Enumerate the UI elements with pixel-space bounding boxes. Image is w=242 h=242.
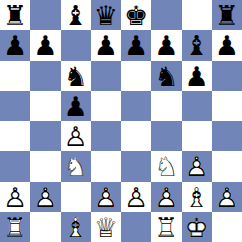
- black-king-glyph: ♚: [121, 0, 151, 30]
- square-g8[interactable]: [182, 0, 212, 30]
- black-pawn-glyph: ♟: [151, 30, 181, 60]
- square-h1[interactable]: [212, 212, 242, 242]
- square-a6[interactable]: [0, 61, 30, 91]
- white-knight-outline: ♘: [61, 151, 91, 181]
- black-pawn-glyph: ♟: [30, 30, 60, 60]
- white-rook-outline: ♖: [151, 212, 181, 242]
- square-d2[interactable]: ♟♙: [91, 182, 121, 212]
- square-e8[interactable]: ♚: [121, 0, 151, 30]
- white-queen[interactable]: ♛♕: [91, 212, 121, 242]
- square-f5[interactable]: [151, 91, 181, 121]
- white-pawn-outline: ♙: [30, 182, 60, 212]
- square-d1[interactable]: ♛♕: [91, 212, 121, 242]
- square-a3[interactable]: [0, 151, 30, 181]
- white-pawn[interactable]: ♟♙: [91, 182, 121, 212]
- square-e5[interactable]: [121, 91, 151, 121]
- square-h5[interactable]: [212, 91, 242, 121]
- square-b2[interactable]: ♟♙: [30, 182, 60, 212]
- white-knight[interactable]: ♞♘: [61, 151, 91, 181]
- white-pawn[interactable]: ♟♙: [151, 182, 181, 212]
- square-b4[interactable]: [30, 121, 60, 151]
- square-g4[interactable]: [182, 121, 212, 151]
- white-pawn-outline: ♙: [151, 182, 181, 212]
- square-f1[interactable]: ♜♖: [151, 212, 181, 242]
- black-knight-glyph: ♞: [61, 61, 91, 91]
- square-c8[interactable]: ♝: [61, 0, 91, 30]
- white-queen-outline: ♕: [91, 212, 121, 242]
- black-pawn-glyph: ♟: [182, 61, 212, 91]
- black-knight[interactable]: ♞: [61, 61, 91, 91]
- square-f7[interactable]: ♟: [151, 30, 181, 60]
- white-knight-outline: ♘: [151, 151, 181, 181]
- black-pawn[interactable]: ♟: [212, 30, 242, 60]
- square-c3[interactable]: ♞♘: [61, 151, 91, 181]
- white-bishop[interactable]: ♝♗: [182, 182, 212, 212]
- white-knight[interactable]: ♞♘: [151, 151, 181, 181]
- white-pawn-outline: ♙: [61, 121, 91, 151]
- black-pawn-glyph: ♟: [0, 30, 30, 60]
- square-d7[interactable]: ♟: [91, 30, 121, 60]
- white-pawn[interactable]: ♟♙: [30, 182, 60, 212]
- square-g6[interactable]: ♟: [182, 61, 212, 91]
- square-d6[interactable]: [91, 61, 121, 91]
- black-pawn[interactable]: ♟: [30, 30, 60, 60]
- square-e7[interactable]: ♟: [121, 30, 151, 60]
- white-pawn[interactable]: ♟♙: [121, 182, 151, 212]
- square-e1[interactable]: [121, 212, 151, 242]
- square-c5[interactable]: ♟: [61, 91, 91, 121]
- square-d3[interactable]: [91, 151, 121, 181]
- square-f4[interactable]: [151, 121, 181, 151]
- square-b6[interactable]: [30, 61, 60, 91]
- square-b3[interactable]: [30, 151, 60, 181]
- square-e6[interactable]: [121, 61, 151, 91]
- black-rook[interactable]: ♜: [212, 0, 242, 30]
- square-h6[interactable]: [212, 61, 242, 91]
- square-b1[interactable]: [30, 212, 60, 242]
- square-a5[interactable]: [0, 91, 30, 121]
- white-rook[interactable]: ♜♖: [0, 212, 30, 242]
- square-f3[interactable]: ♞♘: [151, 151, 181, 181]
- white-pawn-outline: ♙: [0, 182, 30, 212]
- square-e3[interactable]: [121, 151, 151, 181]
- black-pawn[interactable]: ♟: [151, 30, 181, 60]
- black-king[interactable]: ♚: [121, 0, 151, 30]
- black-rook-glyph: ♜: [212, 0, 242, 30]
- white-pawn[interactable]: ♟♙: [212, 182, 242, 212]
- square-b7[interactable]: ♟: [30, 30, 60, 60]
- square-c4[interactable]: ♟♙: [61, 121, 91, 151]
- black-pawn-glyph: ♟: [61, 91, 91, 121]
- white-pawn[interactable]: ♟♙: [182, 151, 212, 181]
- black-bishop-glyph: ♝: [182, 30, 212, 60]
- black-knight-glyph: ♞: [151, 61, 181, 91]
- white-rook-outline: ♖: [0, 212, 30, 242]
- square-c1[interactable]: ♝♗: [61, 212, 91, 242]
- square-g1[interactable]: ♚♔: [182, 212, 212, 242]
- square-a7[interactable]: ♟: [0, 30, 30, 60]
- white-pawn-outline: ♙: [121, 182, 151, 212]
- black-queen-glyph: ♛: [91, 0, 121, 30]
- square-c2[interactable]: [61, 182, 91, 212]
- square-h8[interactable]: ♜: [212, 0, 242, 30]
- square-g7[interactable]: ♝: [182, 30, 212, 60]
- square-d8[interactable]: ♛: [91, 0, 121, 30]
- white-king-outline: ♔: [182, 212, 212, 242]
- black-rook-glyph: ♜: [0, 0, 30, 30]
- white-pawn-outline: ♙: [91, 182, 121, 212]
- square-g5[interactable]: [182, 91, 212, 121]
- black-pawn[interactable]: ♟: [91, 30, 121, 60]
- square-c7[interactable]: [61, 30, 91, 60]
- square-g2[interactable]: ♝♗: [182, 182, 212, 212]
- square-e2[interactable]: ♟♙: [121, 182, 151, 212]
- square-d4[interactable]: [91, 121, 121, 151]
- square-b5[interactable]: [30, 91, 60, 121]
- square-h7[interactable]: ♟: [212, 30, 242, 60]
- black-rook[interactable]: ♜: [0, 0, 30, 30]
- white-king[interactable]: ♚♔: [182, 212, 212, 242]
- square-f2[interactable]: ♟♙: [151, 182, 181, 212]
- square-h3[interactable]: [212, 151, 242, 181]
- square-b8[interactable]: [30, 0, 60, 30]
- black-bishop[interactable]: ♝: [182, 30, 212, 60]
- black-pawn[interactable]: ♟: [121, 30, 151, 60]
- square-f6[interactable]: ♞: [151, 61, 181, 91]
- black-pawn[interactable]: ♟: [182, 61, 212, 91]
- black-pawn-glyph: ♟: [121, 30, 151, 60]
- square-h4[interactable]: [212, 121, 242, 151]
- white-pawn[interactable]: ♟♙: [61, 121, 91, 151]
- square-c6[interactable]: ♞: [61, 61, 91, 91]
- black-pawn[interactable]: ♟: [0, 30, 30, 60]
- black-bishop[interactable]: ♝: [61, 0, 91, 30]
- square-a1[interactable]: ♜♖: [0, 212, 30, 242]
- white-pawn-outline: ♙: [212, 182, 242, 212]
- white-rook[interactable]: ♜♖: [151, 212, 181, 242]
- black-bishop-glyph: ♝: [61, 0, 91, 30]
- square-g3[interactable]: ♟♙: [182, 151, 212, 181]
- white-bishop-outline: ♗: [61, 212, 91, 242]
- square-f8[interactable]: [151, 0, 181, 30]
- square-e4[interactable]: [121, 121, 151, 151]
- white-pawn-outline: ♙: [182, 151, 212, 181]
- square-h2[interactable]: ♟♙: [212, 182, 242, 212]
- square-d5[interactable]: [91, 91, 121, 121]
- black-knight[interactable]: ♞: [151, 61, 181, 91]
- square-a4[interactable]: [0, 121, 30, 151]
- white-bishop-outline: ♗: [182, 182, 212, 212]
- square-a2[interactable]: ♟♙: [0, 182, 30, 212]
- black-pawn[interactable]: ♟: [61, 91, 91, 121]
- black-queen[interactable]: ♛: [91, 0, 121, 30]
- black-pawn-glyph: ♟: [91, 30, 121, 60]
- white-pawn[interactable]: ♟♙: [0, 182, 30, 212]
- chess-board: ♜♝♛♚♜♟♟♟♟♟♝♟♞♞♟♟♟♙♞♘♞♘♟♙♟♙♟♙♟♙♟♙♟♙♝♗♟♙♜♖…: [0, 0, 242, 242]
- square-a8[interactable]: ♜: [0, 0, 30, 30]
- black-pawn-glyph: ♟: [212, 30, 242, 60]
- white-bishop[interactable]: ♝♗: [61, 212, 91, 242]
